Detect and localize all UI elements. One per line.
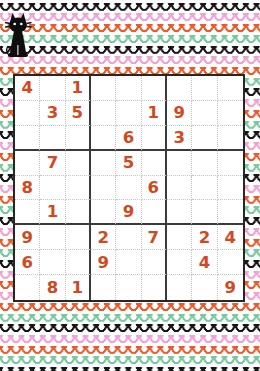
cell-r5c7[interactable]	[167, 176, 192, 201]
cell-r2c5[interactable]	[116, 101, 141, 126]
scallop-band-black	[0, 46, 260, 57]
scallop-band-black	[0, 324, 260, 335]
cell-r1c6[interactable]	[142, 76, 167, 101]
scallop-band-green	[0, 35, 260, 46]
cell-r6c3[interactable]	[66, 200, 91, 225]
cell-r7c7[interactable]	[167, 225, 192, 250]
cell-r7c8: 2	[192, 225, 217, 250]
scallop-band-black	[0, 3, 260, 14]
cell-r9c2: 8	[40, 275, 65, 300]
cell-r1c2[interactable]	[40, 76, 65, 101]
cell-r3c5: 6	[116, 126, 141, 151]
sudoku-board: 4135196375861992724694819	[13, 74, 245, 302]
cell-r8c2[interactable]	[40, 250, 65, 275]
cell-r9c3: 1	[66, 275, 91, 300]
cell-r9c7[interactable]	[167, 275, 192, 300]
cell-r8c1: 6	[15, 250, 40, 275]
cell-r2c3: 5	[66, 101, 91, 126]
scallop-band-pink	[0, 56, 260, 67]
cell-r6c5: 9	[116, 200, 141, 225]
cell-r7c9: 4	[218, 225, 243, 250]
cell-r4c8[interactable]	[192, 151, 217, 176]
cell-r7c4: 2	[91, 225, 116, 250]
cell-r4c4[interactable]	[91, 151, 116, 176]
cell-r1c7[interactable]	[167, 76, 192, 101]
cell-r3c1[interactable]	[15, 126, 40, 151]
cell-r8c6[interactable]	[142, 250, 167, 275]
scallop-band-green	[0, 356, 260, 367]
cell-r3c2[interactable]	[40, 126, 65, 151]
cell-r4c9[interactable]	[218, 151, 243, 176]
cell-r9c4[interactable]	[91, 275, 116, 300]
cell-r9c8[interactable]	[192, 275, 217, 300]
cell-r2c4[interactable]	[91, 101, 116, 126]
cell-r4c2: 7	[40, 151, 65, 176]
scallop-band-pink	[0, 335, 260, 346]
cell-r3c6[interactable]	[142, 126, 167, 151]
cell-r8c3[interactable]	[66, 250, 91, 275]
cell-r7c3[interactable]	[66, 225, 91, 250]
cell-r3c3[interactable]	[66, 126, 91, 151]
cell-r4c5: 5	[116, 151, 141, 176]
scallop-band-orange	[0, 346, 260, 357]
cell-r8c8: 4	[192, 250, 217, 275]
cell-r9c9: 9	[218, 275, 243, 300]
scallop-band-orange	[0, 303, 260, 314]
cell-r7c1: 9	[15, 225, 40, 250]
scallop-band-orange	[0, 24, 260, 35]
cell-r2c7: 9	[167, 101, 192, 126]
cell-r5c3[interactable]	[66, 176, 91, 201]
cell-r6c7[interactable]	[167, 200, 192, 225]
cell-r9c6[interactable]	[142, 275, 167, 300]
cell-r9c1[interactable]	[15, 275, 40, 300]
scallop-band-pink	[0, 13, 260, 24]
cell-r4c3[interactable]	[66, 151, 91, 176]
cell-r7c2[interactable]	[40, 225, 65, 250]
cell-r7c6: 7	[142, 225, 167, 250]
cell-r2c8[interactable]	[192, 101, 217, 126]
cat-icon	[5, 12, 32, 58]
cell-r5c4[interactable]	[91, 176, 116, 201]
cell-r9c5[interactable]	[116, 275, 141, 300]
cell-r2c9[interactable]	[218, 101, 243, 126]
cell-r8c9[interactable]	[218, 250, 243, 275]
cell-r7c5[interactable]	[116, 225, 141, 250]
cell-r1c9[interactable]	[218, 76, 243, 101]
cell-r5c8[interactable]	[192, 176, 217, 201]
cell-r5c1: 8	[15, 176, 40, 201]
cell-r3c4[interactable]	[91, 126, 116, 151]
cell-r1c8[interactable]	[192, 76, 217, 101]
cell-r6c8[interactable]	[192, 200, 217, 225]
cell-r4c7[interactable]	[167, 151, 192, 176]
scallop-band-black	[0, 367, 260, 371]
cell-r5c6: 6	[142, 176, 167, 201]
cell-r3c9[interactable]	[218, 126, 243, 151]
cell-r6c9[interactable]	[218, 200, 243, 225]
cell-r4c1[interactable]	[15, 151, 40, 176]
cell-r1c1: 4	[15, 76, 40, 101]
cell-r4c6[interactable]	[142, 151, 167, 176]
cell-r5c5[interactable]	[116, 176, 141, 201]
cell-r6c6[interactable]	[142, 200, 167, 225]
cell-r8c5[interactable]	[116, 250, 141, 275]
cell-r1c5[interactable]	[116, 76, 141, 101]
cell-r2c6: 1	[142, 101, 167, 126]
cell-r8c4: 9	[91, 250, 116, 275]
cell-r5c2[interactable]	[40, 176, 65, 201]
cell-r1c3: 1	[66, 76, 91, 101]
cell-r3c7: 3	[167, 126, 192, 151]
cell-r6c1[interactable]	[15, 200, 40, 225]
sudoku-page: 4135196375861992724694819	[0, 0, 260, 371]
scallop-band-green	[0, 314, 260, 325]
cell-r2c2: 3	[40, 101, 65, 126]
cell-r8c7[interactable]	[167, 250, 192, 275]
cell-r6c4[interactable]	[91, 200, 116, 225]
cell-r1c4[interactable]	[91, 76, 116, 101]
cell-r2c1[interactable]	[15, 101, 40, 126]
cell-r5c9[interactable]	[218, 176, 243, 201]
cell-r6c2: 1	[40, 200, 65, 225]
cell-r3c8[interactable]	[192, 126, 217, 151]
